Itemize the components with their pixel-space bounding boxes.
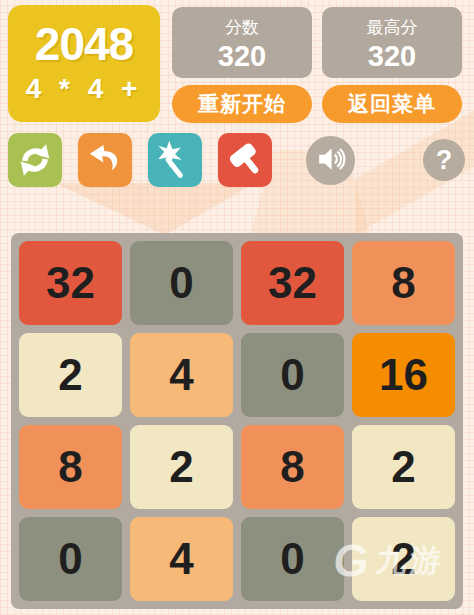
- sound-button[interactable]: [306, 136, 355, 185]
- tile: 2: [352, 425, 455, 509]
- best-score-label: 最高分: [322, 16, 462, 39]
- watermark: G 九游: [332, 538, 447, 583]
- magic-wand-button[interactable]: [148, 133, 202, 187]
- best-score-value: 320: [322, 39, 462, 73]
- tile: 32: [19, 241, 122, 325]
- back-to-menu-button[interactable]: 返回菜单: [322, 85, 462, 123]
- app-title: 2048: [8, 17, 160, 71]
- restart-button[interactable]: 重新开始: [172, 85, 312, 123]
- tile: 0: [241, 517, 344, 601]
- tile: 0: [130, 241, 233, 325]
- tile: 8: [241, 425, 344, 509]
- tile: 4: [130, 333, 233, 417]
- help-icon: ?: [436, 145, 453, 176]
- tile: 2: [130, 425, 233, 509]
- game-screen: { "game": "2048", "app": { "title": "204…: [0, 0, 474, 615]
- undo-button[interactable]: [78, 133, 132, 187]
- score-value: 320: [172, 39, 312, 73]
- refresh-icon: [16, 141, 54, 179]
- background-art: [55, 183, 255, 235]
- tile: 16: [352, 333, 455, 417]
- tile: 0: [241, 333, 344, 417]
- app-subtitle: 4 * 4 +: [8, 73, 160, 105]
- watermark-logo-icon: G: [332, 538, 372, 583]
- score-label: 分数: [172, 16, 312, 39]
- sound-icon: [316, 144, 346, 178]
- watermark-text: 九游: [374, 540, 446, 582]
- best-score-panel: 最高分 320: [322, 7, 462, 78]
- tile: 32: [241, 241, 344, 325]
- score-panel: 分数 320: [172, 7, 312, 78]
- hammer-button[interactable]: [218, 133, 272, 187]
- hammer-icon: [225, 140, 265, 180]
- tile: 8: [19, 425, 122, 509]
- tile: 0: [19, 517, 122, 601]
- help-button[interactable]: ?: [423, 139, 465, 181]
- tile: 8: [352, 241, 455, 325]
- magic-wand-icon: [155, 140, 195, 180]
- tile: 2: [19, 333, 122, 417]
- refresh-button[interactable]: [8, 133, 62, 187]
- undo-icon: [86, 141, 124, 179]
- logo-badge: 2048 4 * 4 +: [8, 5, 160, 122]
- tile: 4: [130, 517, 233, 601]
